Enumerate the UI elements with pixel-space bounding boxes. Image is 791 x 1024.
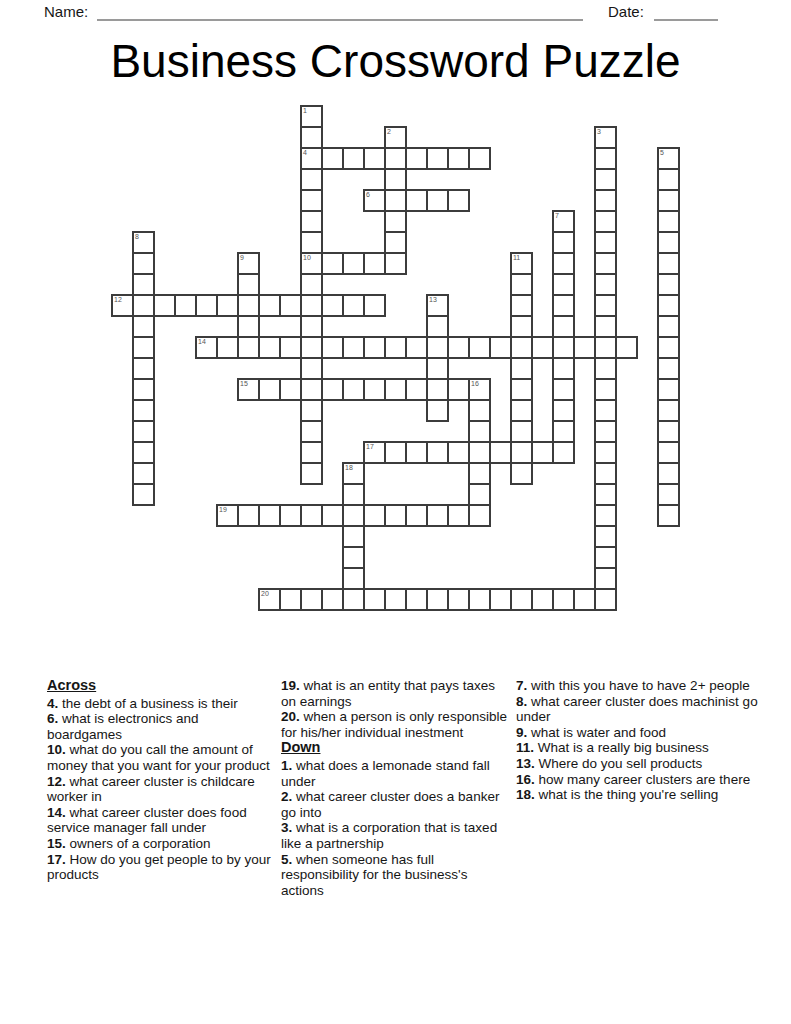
cell-r13c8[interactable] — [279, 378, 302, 401]
cell-r13c12[interactable] — [363, 378, 386, 401]
cell-r5c23[interactable] — [594, 210, 617, 233]
cell-r13c15[interactable] — [426, 378, 449, 401]
cell-r3c13[interactable] — [384, 168, 407, 191]
cell-r6c26[interactable] — [657, 231, 680, 254]
clue-across-4: 4. the debt of a business is their — [47, 696, 275, 712]
cell-r7c19[interactable]: 11 — [510, 252, 533, 275]
clue-number: 4. — [47, 696, 58, 711]
cell-number-10: 10 — [303, 254, 311, 262]
cell-number-1: 1 — [303, 107, 307, 115]
cell-r23c13[interactable] — [384, 588, 407, 611]
cell-r16c26[interactable] — [657, 441, 680, 464]
clue-number: 2. — [281, 789, 292, 804]
cell-r13c17[interactable]: 16 — [468, 378, 491, 401]
cell-r13c6[interactable]: 15 — [237, 378, 260, 401]
cell-number-13: 13 — [429, 296, 437, 304]
cell-r23c18[interactable] — [489, 588, 512, 611]
cell-r2c16[interactable] — [447, 147, 470, 170]
cell-r3c9[interactable] — [300, 168, 323, 191]
cell-r23c14[interactable] — [405, 588, 428, 611]
cell-r11c8[interactable] — [279, 336, 302, 359]
cell-r16c13[interactable] — [384, 441, 407, 464]
cell-r6c13[interactable] — [384, 231, 407, 254]
cell-r9c26[interactable] — [657, 294, 680, 317]
cell-r9c12[interactable] — [363, 294, 386, 317]
clue-down-18: 18. what is the thing you're selling — [516, 787, 768, 803]
cell-r18c23[interactable] — [594, 483, 617, 506]
cell-r21c23[interactable] — [594, 546, 617, 569]
clue-text: what do you call the amount of money tha… — [47, 742, 270, 773]
clue-across-6: 6. what is electronics and boardgames — [47, 711, 275, 742]
cell-number-7: 7 — [555, 212, 559, 220]
date-label: Date: — [608, 3, 644, 20]
cell-r13c23[interactable] — [594, 378, 617, 401]
cell-r11c5[interactable] — [216, 336, 239, 359]
cell-r10c9[interactable] — [300, 315, 323, 338]
cell-r9c11[interactable] — [342, 294, 365, 317]
cell-r15c1[interactable] — [132, 420, 155, 443]
cell-r14c17[interactable] — [468, 399, 491, 422]
cell-r16c18[interactable] — [489, 441, 512, 464]
clue-across-19: 19. what is an entity that pays taxes on… — [281, 678, 511, 709]
cell-number-19: 19 — [219, 506, 227, 514]
cell-r11c26[interactable] — [657, 336, 680, 359]
cell-r13c1[interactable] — [132, 378, 155, 401]
cell-r4c13[interactable] — [384, 189, 407, 212]
clue-number: 13. — [516, 756, 535, 771]
cell-r8c9[interactable] — [300, 273, 323, 296]
cell-r14c1[interactable] — [132, 399, 155, 422]
down-header: Down — [281, 740, 511, 756]
cell-number-16: 16 — [471, 380, 479, 388]
cell-r14c23[interactable] — [594, 399, 617, 422]
cell-r7c11[interactable] — [342, 252, 365, 275]
cell-r6c9[interactable] — [300, 231, 323, 254]
clue-text: what does a lemonade stand fall under — [281, 758, 490, 789]
cell-r7c12[interactable] — [363, 252, 386, 275]
cell-r23c7[interactable]: 20 — [258, 588, 281, 611]
cell-r23c8[interactable] — [279, 588, 302, 611]
cell-r11c14[interactable] — [405, 336, 428, 359]
cell-r23c22[interactable] — [573, 588, 596, 611]
cell-r9c6[interactable] — [237, 294, 260, 317]
cell-r8c19[interactable] — [510, 273, 533, 296]
cell-r4c26[interactable] — [657, 189, 680, 212]
cell-r2c9[interactable]: 4 — [300, 147, 323, 170]
cell-r13c21[interactable] — [552, 378, 575, 401]
cell-r11c18[interactable] — [489, 336, 512, 359]
cell-r12c19[interactable] — [510, 357, 533, 380]
clue-text: what is the thing you're selling — [539, 787, 719, 802]
clue-text: What is a really big business — [538, 740, 709, 755]
clue-down-8: 8. what career cluster does machinist go… — [516, 694, 768, 725]
cell-r11c7[interactable] — [258, 336, 281, 359]
cell-number-12: 12 — [114, 296, 122, 304]
cell-number-17: 17 — [366, 443, 374, 451]
cell-r2c10[interactable] — [321, 147, 344, 170]
cell-r11c23[interactable] — [594, 336, 617, 359]
cell-r4c9[interactable] — [300, 189, 323, 212]
cell-r15c19[interactable] — [510, 420, 533, 443]
name-input-line[interactable] — [97, 1, 583, 21]
cell-r11c9[interactable] — [300, 336, 323, 359]
cell-r15c23[interactable] — [594, 420, 617, 443]
cell-r16c20[interactable] — [531, 441, 554, 464]
cell-r2c23[interactable] — [594, 147, 617, 170]
cell-r17c17[interactable] — [468, 462, 491, 485]
cell-r19c13[interactable] — [384, 504, 407, 527]
cell-r11c1[interactable] — [132, 336, 155, 359]
across-header: Across — [47, 678, 275, 694]
clue-text: what is water and food — [531, 725, 666, 740]
cell-r10c6[interactable] — [237, 315, 260, 338]
cell-r12c1[interactable] — [132, 357, 155, 380]
cell-r11c22[interactable] — [573, 336, 596, 359]
cell-r2c17[interactable] — [468, 147, 491, 170]
clue-number: 14. — [47, 805, 66, 820]
cell-r7c13[interactable] — [384, 252, 407, 275]
cell-r6c21[interactable] — [552, 231, 575, 254]
clue-number: 12. — [47, 774, 66, 789]
cell-number-11: 11 — [513, 254, 520, 262]
cell-r5c13[interactable] — [384, 210, 407, 233]
cell-r10c15[interactable] — [426, 315, 449, 338]
page-title: Business Crossword Puzzle — [0, 34, 791, 88]
cell-r9c8[interactable] — [279, 294, 302, 317]
clue-number: 17. — [47, 852, 66, 867]
cell-r7c10[interactable] — [321, 252, 344, 275]
cell-r20c11[interactable] — [342, 525, 365, 548]
cell-r19c8[interactable] — [279, 504, 302, 527]
clue-number: 11. — [516, 740, 534, 755]
clue-number: 7. — [516, 678, 527, 693]
cell-r4c15[interactable] — [426, 189, 449, 212]
cell-r9c3[interactable] — [174, 294, 197, 317]
cell-r9c1[interactable] — [132, 294, 155, 317]
cell-r14c9[interactable] — [300, 399, 323, 422]
cell-r9c15[interactable]: 13 — [426, 294, 449, 317]
clue-down-2: 2. what career cluster does a banker go … — [281, 789, 511, 820]
clues-column-right: 7. with this you have to have 2+ people8… — [516, 678, 768, 803]
clue-across-10: 10. what do you call the amount of money… — [47, 742, 275, 773]
cell-r10c21[interactable] — [552, 315, 575, 338]
cell-r23c10[interactable] — [321, 588, 344, 611]
clue-text: what is an entity that pays taxes on ear… — [281, 678, 495, 709]
cell-r19c7[interactable] — [258, 504, 281, 527]
cell-r12c26[interactable] — [657, 357, 680, 380]
cell-r22c11[interactable] — [342, 567, 365, 590]
cell-r5c21[interactable]: 7 — [552, 210, 575, 233]
cell-r11c15[interactable] — [426, 336, 449, 359]
cell-r14c26[interactable] — [657, 399, 680, 422]
cell-r4c23[interactable] — [594, 189, 617, 212]
cell-r3c26[interactable] — [657, 168, 680, 191]
cell-r9c2[interactable] — [153, 294, 176, 317]
cell-r16c19[interactable] — [510, 441, 533, 464]
cell-r16c23[interactable] — [594, 441, 617, 464]
cell-r9c21[interactable] — [552, 294, 575, 317]
clue-number: 3. — [281, 820, 292, 835]
cell-r16c15[interactable] — [426, 441, 449, 464]
cell-r23c16[interactable] — [447, 588, 470, 611]
cell-r9c5[interactable] — [216, 294, 239, 317]
clue-text: Where do you sell products — [539, 756, 703, 771]
clues-column-left: Across4. the debt of a business is their… — [47, 678, 275, 883]
clue-down-5: 5. when someone has full responsibility … — [281, 852, 511, 899]
cell-r10c19[interactable] — [510, 315, 533, 338]
clue-text: what career cluster does machinist go un… — [516, 694, 758, 725]
cell-r13c19[interactable] — [510, 378, 533, 401]
clue-down-3: 3. what is a corporation that is taxed l… — [281, 820, 511, 851]
cell-number-20: 20 — [261, 590, 269, 598]
cell-r23c9[interactable] — [300, 588, 323, 611]
cell-r9c4[interactable] — [195, 294, 218, 317]
cell-r8c21[interactable] — [552, 273, 575, 296]
cell-r1c9[interactable] — [300, 126, 323, 149]
name-label: Name: — [44, 3, 88, 20]
cell-r11c12[interactable] — [363, 336, 386, 359]
cell-r17c19[interactable] — [510, 462, 533, 485]
cell-r9c23[interactable] — [594, 294, 617, 317]
cell-r8c1[interactable] — [132, 273, 155, 296]
cell-r13c26[interactable] — [657, 378, 680, 401]
cell-r8c23[interactable] — [594, 273, 617, 296]
date-input-line[interactable] — [654, 1, 718, 21]
cell-r1c23[interactable]: 3 — [594, 126, 617, 149]
cell-r19c11[interactable] — [342, 504, 365, 527]
cell-r0c9[interactable]: 1 — [300, 105, 323, 128]
cell-r7c6[interactable]: 9 — [237, 252, 260, 275]
cell-r9c10[interactable] — [321, 294, 344, 317]
cell-r2c12[interactable] — [363, 147, 386, 170]
clue-number: 8. — [516, 694, 527, 709]
cell-r2c11[interactable] — [342, 147, 365, 170]
clue-number: 19. — [281, 678, 300, 693]
cell-r10c1[interactable] — [132, 315, 155, 338]
cell-r13c14[interactable] — [405, 378, 428, 401]
cell-r11c17[interactable] — [468, 336, 491, 359]
clue-number: 18. — [516, 787, 535, 802]
clue-text: what is a corporation that is taxed like… — [281, 820, 497, 851]
clue-text: what career cluster does food service ma… — [47, 805, 247, 836]
cell-r19c15[interactable] — [426, 504, 449, 527]
cell-r23c15[interactable] — [426, 588, 449, 611]
cell-r2c13[interactable] — [384, 147, 407, 170]
cell-number-9: 9 — [240, 254, 244, 262]
cell-r16c21[interactable] — [552, 441, 575, 464]
cell-r23c17[interactable] — [468, 588, 491, 611]
cell-r7c26[interactable] — [657, 252, 680, 275]
cell-r14c19[interactable] — [510, 399, 533, 422]
cell-r6c23[interactable] — [594, 231, 617, 254]
cell-r23c21[interactable] — [552, 588, 575, 611]
cell-r11c16[interactable] — [447, 336, 470, 359]
cell-number-2: 2 — [387, 128, 391, 136]
cell-number-8: 8 — [135, 233, 139, 241]
cell-r5c26[interactable] — [657, 210, 680, 233]
cell-r22c23[interactable] — [594, 567, 617, 590]
cell-r16c9[interactable] — [300, 441, 323, 464]
clue-number: 20. — [281, 709, 300, 724]
cell-r13c10[interactable] — [321, 378, 344, 401]
clue-text: the debt of a business is their — [62, 696, 238, 711]
cell-r14c21[interactable] — [552, 399, 575, 422]
clue-text: with this you have to have 2+ people — [531, 678, 750, 693]
clue-text: what is electronics and boardgames — [47, 711, 199, 742]
clue-down-13: 13. Where do you sell products — [516, 756, 768, 772]
cell-r18c26[interactable] — [657, 483, 680, 506]
clue-number: 1. — [281, 758, 292, 773]
clue-number: 5. — [281, 852, 292, 867]
clue-number: 6. — [47, 711, 58, 726]
cell-r17c1[interactable] — [132, 462, 155, 485]
cell-r19c23[interactable] — [594, 504, 617, 527]
cell-r12c9[interactable] — [300, 357, 323, 380]
cell-r11c24[interactable] — [615, 336, 638, 359]
clue-text: what career cluster is childcare worker … — [47, 774, 255, 805]
cell-number-18: 18 — [345, 464, 353, 472]
cell-r16c16[interactable] — [447, 441, 470, 464]
cell-r19c10[interactable] — [321, 504, 344, 527]
clue-across-15: 15. owners of a corporation — [47, 836, 275, 852]
clue-down-7: 7. with this you have to have 2+ people — [516, 678, 768, 694]
clue-number: 15. — [47, 836, 66, 851]
cell-r11c6[interactable] — [237, 336, 260, 359]
cell-r18c1[interactable] — [132, 483, 155, 506]
cell-r4c14[interactable] — [405, 189, 428, 212]
cell-r11c20[interactable] — [531, 336, 554, 359]
clue-text: owners of a corporation — [70, 836, 211, 851]
cell-r10c26[interactable] — [657, 315, 680, 338]
clue-text: when a person is only responsible for hi… — [281, 709, 507, 740]
cell-r19c16[interactable] — [447, 504, 470, 527]
cell-r9c0[interactable]: 12 — [111, 294, 134, 317]
cell-r10c23[interactable] — [594, 315, 617, 338]
cell-r17c26[interactable] — [657, 462, 680, 485]
cell-r11c10[interactable] — [321, 336, 344, 359]
cell-r4c16[interactable] — [447, 189, 470, 212]
cell-r2c14[interactable] — [405, 147, 428, 170]
cell-r6c1[interactable]: 8 — [132, 231, 155, 254]
cell-r18c11[interactable] — [342, 483, 365, 506]
clue-text: what career cluster does a banker go int… — [281, 789, 499, 820]
cell-number-3: 3 — [597, 128, 601, 136]
cell-r15c26[interactable] — [657, 420, 680, 443]
cell-r17c9[interactable] — [300, 462, 323, 485]
cell-r15c17[interactable] — [468, 420, 491, 443]
clue-across-14: 14. what career cluster does food servic… — [47, 805, 275, 836]
cell-r15c21[interactable] — [552, 420, 575, 443]
cell-number-6: 6 — [366, 191, 370, 199]
cell-r19c26[interactable] — [657, 504, 680, 527]
clue-number: 9. — [516, 725, 527, 740]
cell-r11c11[interactable] — [342, 336, 365, 359]
cell-r23c19[interactable] — [510, 588, 533, 611]
cell-number-4: 4 — [303, 149, 307, 157]
cell-r23c11[interactable] — [342, 588, 365, 611]
cell-number-5: 5 — [660, 149, 664, 157]
cell-r13c16[interactable] — [447, 378, 470, 401]
clue-down-16: 16. how many career clusters are there — [516, 772, 768, 788]
cell-r7c1[interactable] — [132, 252, 155, 275]
cell-r7c23[interactable] — [594, 252, 617, 275]
cell-r4c12[interactable]: 6 — [363, 189, 386, 212]
cell-r13c7[interactable] — [258, 378, 281, 401]
cell-r7c21[interactable] — [552, 252, 575, 275]
cell-r2c15[interactable] — [426, 147, 449, 170]
clue-across-17: 17. How do you get people to by your pro… — [47, 852, 275, 883]
cell-r19c9[interactable] — [300, 504, 323, 527]
cell-r19c6[interactable] — [237, 504, 260, 527]
cell-r11c4[interactable]: 14 — [195, 336, 218, 359]
cell-r1c13[interactable]: 2 — [384, 126, 407, 149]
cell-number-15: 15 — [240, 380, 248, 388]
cell-number-14: 14 — [198, 338, 206, 346]
cell-r16c14[interactable] — [405, 441, 428, 464]
cell-r19c17[interactable] — [468, 504, 491, 527]
cell-r23c12[interactable] — [363, 588, 386, 611]
cell-r2c26[interactable]: 5 — [657, 147, 680, 170]
cell-r3c23[interactable] — [594, 168, 617, 191]
cell-r12c15[interactable] — [426, 357, 449, 380]
cell-r13c13[interactable] — [384, 378, 407, 401]
clue-across-12: 12. what career cluster is childcare wor… — [47, 774, 275, 805]
cell-r16c1[interactable] — [132, 441, 155, 464]
clue-number: 16. — [516, 772, 535, 787]
cell-r19c14[interactable] — [405, 504, 428, 527]
cell-r11c13[interactable] — [384, 336, 407, 359]
cell-r8c26[interactable] — [657, 273, 680, 296]
cell-r12c23[interactable] — [594, 357, 617, 380]
cell-r5c9[interactable] — [300, 210, 323, 233]
cell-r12c21[interactable] — [552, 357, 575, 380]
cell-r16c12[interactable]: 17 — [363, 441, 386, 464]
cell-r18c17[interactable] — [468, 483, 491, 506]
clue-down-11: 11. What is a really big business — [516, 740, 768, 756]
cell-r14c15[interactable] — [426, 399, 449, 422]
clue-across-20: 20. when a person is only responsible fo… — [281, 709, 511, 740]
cell-r13c9[interactable] — [300, 378, 323, 401]
clues-column-middle: 19. what is an entity that pays taxes on… — [281, 678, 511, 898]
cell-r23c20[interactable] — [531, 588, 554, 611]
cell-r7c9[interactable]: 10 — [300, 252, 323, 275]
clue-text: how many career clusters are there — [539, 772, 751, 787]
cell-r15c9[interactable] — [300, 420, 323, 443]
cell-r9c19[interactable] — [510, 294, 533, 317]
clue-number: 10. — [47, 742, 66, 757]
cell-r11c19[interactable] — [510, 336, 533, 359]
cell-r16c17[interactable] — [468, 441, 491, 464]
cell-r8c6[interactable] — [237, 273, 260, 296]
cell-r17c23[interactable] — [594, 462, 617, 485]
clue-text: How do you get people to by your product… — [47, 852, 271, 883]
cell-r19c5[interactable]: 19 — [216, 504, 239, 527]
clue-down-1: 1. what does a lemonade stand fall under — [281, 758, 511, 789]
cell-r9c9[interactable] — [300, 294, 323, 317]
clue-down-9: 9. what is water and food — [516, 725, 768, 741]
cell-r23c23[interactable] — [594, 588, 617, 611]
cell-r11c21[interactable] — [552, 336, 575, 359]
cell-r21c11[interactable] — [342, 546, 365, 569]
cell-r9c7[interactable] — [258, 294, 281, 317]
cell-r20c23[interactable] — [594, 525, 617, 548]
crossword-grid: 1234567891011121314151617181920 — [111, 105, 680, 611]
cell-r13c11[interactable] — [342, 378, 365, 401]
cell-r17c11[interactable]: 18 — [342, 462, 365, 485]
cell-r19c12[interactable] — [363, 504, 386, 527]
clue-text: when someone has full responsibility for… — [281, 852, 467, 898]
